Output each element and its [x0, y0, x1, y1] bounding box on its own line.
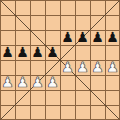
- board-square[interactable]: [105, 105, 120, 120]
- black-pawn[interactable]: ♟: [105, 30, 120, 45]
- board-square[interactable]: [15, 15, 30, 30]
- board-square[interactable]: [60, 105, 75, 120]
- board-square[interactable]: [15, 90, 30, 105]
- white-pawn[interactable]: ♟: [75, 60, 90, 75]
- board-square[interactable]: [90, 90, 105, 105]
- black-pawn[interactable]: ♟: [15, 45, 30, 60]
- board-square[interactable]: [0, 90, 15, 105]
- board-square[interactable]: [75, 75, 90, 90]
- game-board: ♟♟♟♟♟♟♟♟♟♟♟♟♟♟♟♟: [0, 0, 120, 120]
- board-square[interactable]: [105, 45, 120, 60]
- board-square[interactable]: [75, 90, 90, 105]
- board-square[interactable]: [105, 75, 120, 90]
- board-square[interactable]: [30, 30, 45, 45]
- board-square[interactable]: [105, 0, 120, 15]
- board-square[interactable]: [45, 30, 60, 45]
- board-square[interactable]: [15, 0, 30, 15]
- board-square[interactable]: [60, 0, 75, 15]
- board-square[interactable]: [105, 90, 120, 105]
- board-square[interactable]: [0, 15, 15, 30]
- board-square[interactable]: [90, 105, 105, 120]
- black-pawn[interactable]: ♟: [30, 45, 45, 60]
- board-square[interactable]: [0, 0, 15, 15]
- board-square[interactable]: [30, 0, 45, 15]
- board-square[interactable]: [75, 45, 90, 60]
- white-pawn[interactable]: ♟: [105, 60, 120, 75]
- black-pawn[interactable]: ♟: [60, 30, 75, 45]
- board-square[interactable]: [60, 15, 75, 30]
- board-square[interactable]: [75, 105, 90, 120]
- white-pawn[interactable]: ♟: [45, 75, 60, 90]
- board-square[interactable]: [90, 0, 105, 15]
- board-square[interactable]: [0, 30, 15, 45]
- white-pawn[interactable]: ♟: [60, 60, 75, 75]
- black-pawn[interactable]: ♟: [45, 45, 60, 60]
- board-square[interactable]: [45, 60, 60, 75]
- board-square[interactable]: [30, 60, 45, 75]
- black-pawn[interactable]: ♟: [90, 30, 105, 45]
- board-square[interactable]: [45, 0, 60, 15]
- board-square[interactable]: [60, 75, 75, 90]
- board-square[interactable]: [60, 45, 75, 60]
- white-pawn[interactable]: ♟: [90, 60, 105, 75]
- white-pawn[interactable]: ♟: [15, 75, 30, 90]
- board-square[interactable]: [90, 15, 105, 30]
- board-square[interactable]: [75, 15, 90, 30]
- board-square[interactable]: [30, 105, 45, 120]
- board-square[interactable]: [45, 15, 60, 30]
- board-square[interactable]: [45, 90, 60, 105]
- board-square[interactable]: [105, 15, 120, 30]
- board-square[interactable]: [90, 75, 105, 90]
- board-square[interactable]: [15, 105, 30, 120]
- black-pawn[interactable]: ♟: [75, 30, 90, 45]
- white-pawn[interactable]: ♟: [0, 75, 15, 90]
- board-square[interactable]: [15, 30, 30, 45]
- board-square[interactable]: [30, 15, 45, 30]
- board-square[interactable]: [75, 0, 90, 15]
- board-square[interactable]: [90, 45, 105, 60]
- board-square[interactable]: [0, 60, 15, 75]
- board-square[interactable]: [60, 90, 75, 105]
- board-square[interactable]: [15, 60, 30, 75]
- board-square[interactable]: [0, 105, 15, 120]
- white-pawn[interactable]: ♟: [30, 75, 45, 90]
- board-square[interactable]: [45, 105, 60, 120]
- black-pawn[interactable]: ♟: [0, 45, 15, 60]
- board-square[interactable]: [30, 90, 45, 105]
